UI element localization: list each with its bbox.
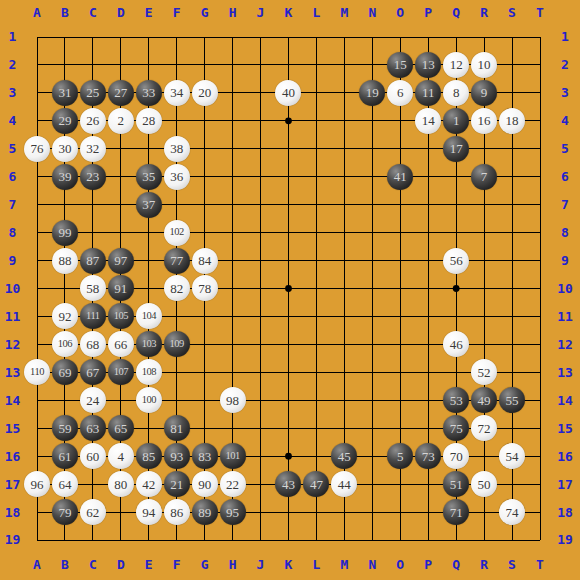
go-stone-white: 6 (387, 80, 413, 106)
go-stone-white: 2 (108, 108, 134, 134)
move-number-label: 52 (478, 366, 491, 379)
column-labels-bottom: ABCDEFGHJKLMNOPQRST (23, 552, 554, 576)
go-stone-black: 63 (80, 415, 106, 441)
go-stone-black: 71 (443, 499, 469, 525)
move-number-label: 14 (422, 114, 435, 127)
go-stone-white: 42 (136, 471, 162, 497)
move-number-label: 74 (506, 506, 519, 519)
go-stone-white: 58 (80, 275, 106, 301)
go-stone-white: 24 (80, 387, 106, 413)
go-stone-black: 31 (52, 80, 78, 106)
coordinate-label: G (191, 552, 219, 576)
move-number-label: 8 (453, 86, 460, 99)
move-number-label: 85 (142, 450, 155, 463)
move-number-label: 81 (170, 422, 183, 435)
move-number-label: 24 (86, 394, 99, 407)
coordinate-label: O (386, 2, 414, 23)
move-number-label: 101 (225, 451, 239, 462)
go-stone-black: 21 (164, 471, 190, 497)
move-number-label: 92 (58, 310, 71, 323)
move-number-label: 103 (142, 339, 156, 350)
coordinate-label: E (135, 552, 163, 576)
go-stone-white: 70 (443, 443, 469, 469)
coordinate-label: 3 (553, 79, 577, 107)
go-stone-white: 8 (443, 80, 469, 106)
go-stone-white: 110 (24, 359, 50, 385)
go-stone-white: 82 (164, 275, 190, 301)
go-stone-black: 61 (52, 443, 78, 469)
move-number-label: 61 (58, 450, 71, 463)
coordinate-label: D (107, 552, 135, 576)
move-number-label: 108 (142, 367, 156, 378)
coordinate-label: 16 (2, 442, 23, 470)
move-number-label: 29 (58, 114, 71, 127)
move-number-label: 54 (506, 450, 519, 463)
move-number-label: 110 (30, 367, 44, 378)
move-number-label: 46 (450, 338, 463, 351)
go-stone-black: 45 (331, 443, 357, 469)
board-play-area[interactable]: 1245678910111213141516171819202122232425… (23, 23, 554, 554)
go-stone-white: 64 (52, 471, 78, 497)
coordinate-label: N (358, 2, 386, 23)
go-stone-black: 69 (52, 359, 78, 385)
coordinate-label: C (79, 552, 107, 576)
coordinate-label: 7 (553, 191, 577, 219)
move-number-label: 95 (226, 506, 239, 519)
move-number-label: 90 (198, 478, 211, 491)
coordinate-label: L (302, 2, 330, 23)
go-stone-white: 78 (192, 275, 218, 301)
move-number-label: 11 (422, 86, 435, 99)
go-stone-black: 41 (387, 164, 413, 190)
go-stone-black: 99 (52, 220, 78, 246)
coordinate-label: 13 (2, 358, 23, 386)
go-stone-white: 90 (192, 471, 218, 497)
go-stone-black: 97 (108, 248, 134, 274)
go-stone-black: 43 (275, 471, 301, 497)
move-number-label: 86 (170, 506, 183, 519)
move-number-label: 31 (58, 86, 71, 99)
move-number-label: 9 (481, 86, 488, 99)
move-number-label: 20 (198, 86, 211, 99)
move-number-label: 2 (118, 114, 125, 127)
go-stone-black: 105 (108, 303, 134, 329)
go-stone-black: 73 (415, 443, 441, 469)
move-number-label: 84 (198, 254, 211, 267)
move-number-label: 98 (226, 394, 239, 407)
go-stone-black: 111 (80, 303, 106, 329)
coordinate-label: Q (442, 2, 470, 23)
move-number-label: 67 (86, 366, 99, 379)
move-number-label: 51 (450, 478, 463, 491)
go-stone-white: 52 (471, 359, 497, 385)
go-stone-white: 38 (164, 136, 190, 162)
move-number-label: 15 (394, 58, 407, 71)
coordinate-label: 16 (553, 442, 577, 470)
move-number-label: 13 (422, 58, 435, 71)
go-stone-black: 13 (415, 52, 441, 78)
move-number-label: 106 (58, 339, 72, 350)
coordinate-label: 15 (553, 414, 577, 442)
move-number-label: 104 (142, 311, 156, 322)
move-number-label: 65 (114, 422, 127, 435)
go-stone-white: 46 (443, 331, 469, 357)
move-number-label: 97 (114, 254, 127, 267)
move-number-label: 79 (58, 506, 71, 519)
coordinate-label: O (386, 552, 414, 576)
go-stone-white: 34 (164, 80, 190, 106)
coordinate-label: 1 (553, 23, 577, 51)
go-stone-white: 96 (24, 471, 50, 497)
move-number-label: 93 (170, 450, 183, 463)
coordinate-label: S (498, 2, 526, 23)
coordinate-label: 14 (553, 386, 577, 414)
coordinate-label: 7 (2, 191, 23, 219)
coordinate-label: K (275, 2, 303, 23)
move-number-label: 89 (198, 506, 211, 519)
go-stone-white: 4 (108, 443, 134, 469)
move-number-label: 12 (450, 58, 463, 71)
coordinate-label: 10 (553, 275, 577, 303)
move-number-label: 75 (450, 422, 463, 435)
go-stone-black: 37 (136, 192, 162, 218)
go-stone-white: 72 (471, 415, 497, 441)
go-stone-white: 36 (164, 164, 190, 190)
go-stone-black: 81 (164, 415, 190, 441)
go-stone-white: 32 (80, 136, 106, 162)
move-number-label: 78 (198, 282, 211, 295)
coordinate-label: J (247, 2, 275, 23)
go-stone-white: 16 (471, 108, 497, 134)
move-number-label: 69 (58, 366, 71, 379)
coordinate-label: P (414, 552, 442, 576)
go-stone-black: 23 (80, 164, 106, 190)
move-number-label: 41 (394, 170, 407, 183)
move-number-label: 47 (310, 478, 323, 491)
move-number-label: 39 (58, 170, 71, 183)
go-stone-black: 39 (52, 164, 78, 190)
go-stone-black: 15 (387, 52, 413, 78)
coordinate-label: E (135, 2, 163, 23)
coordinate-label: 18 (553, 498, 577, 526)
coordinate-label: 6 (553, 163, 577, 191)
move-number-label: 27 (114, 86, 127, 99)
coordinate-label: 17 (553, 470, 577, 498)
move-number-label: 32 (86, 142, 99, 155)
go-stone-black: 49 (471, 387, 497, 413)
coordinate-label: 5 (2, 135, 23, 163)
coordinate-label: 19 (2, 526, 23, 554)
go-stone-white: 60 (80, 443, 106, 469)
go-stone-white: 14 (415, 108, 441, 134)
move-number-label: 25 (86, 86, 99, 99)
go-stone-black: 109 (164, 331, 190, 357)
move-number-label: 59 (58, 422, 71, 435)
coordinate-label: 19 (553, 526, 577, 554)
coordinate-label: 15 (2, 414, 23, 442)
move-number-label: 34 (170, 86, 183, 99)
move-number-label: 36 (170, 170, 183, 183)
go-stone-black: 93 (164, 443, 190, 469)
coordinate-label: F (163, 552, 191, 576)
coordinate-label: 11 (553, 302, 577, 330)
go-stone-white: 18 (499, 108, 525, 134)
move-number-label: 10 (478, 58, 491, 71)
coordinate-label: 11 (2, 302, 23, 330)
move-number-label: 107 (114, 367, 128, 378)
coordinate-label: T (526, 2, 554, 23)
go-stone-white: 66 (108, 331, 134, 357)
go-stone-black: 103 (136, 331, 162, 357)
move-number-label: 40 (282, 86, 295, 99)
move-number-label: 109 (170, 339, 184, 350)
move-number-label: 22 (226, 478, 239, 491)
move-number-label: 4 (118, 450, 125, 463)
go-stone-black: 47 (303, 471, 329, 497)
go-stone-black: 91 (108, 275, 134, 301)
coordinate-label: 9 (553, 247, 577, 275)
move-number-label: 73 (422, 450, 435, 463)
move-number-label: 26 (86, 114, 99, 127)
coordinate-label: J (247, 552, 275, 576)
go-stone-black: 101 (220, 443, 246, 469)
move-number-label: 17 (450, 142, 463, 155)
go-stone-white: 12 (443, 52, 469, 78)
go-stone-black: 87 (80, 248, 106, 274)
go-stone-white: 54 (499, 443, 525, 469)
go-stone-white: 22 (220, 471, 246, 497)
coordinate-label: Q (442, 552, 470, 576)
move-number-label: 19 (366, 86, 379, 99)
go-stone-white: 106 (52, 331, 78, 357)
move-number-label: 7 (481, 170, 488, 183)
coordinate-label: R (470, 552, 498, 576)
go-stone-white: 20 (192, 80, 218, 106)
go-stone-black: 17 (443, 136, 469, 162)
move-number-label: 70 (450, 450, 463, 463)
coordinate-label: 12 (2, 330, 23, 358)
go-stone-black: 77 (164, 248, 190, 274)
go-stone-white: 10 (471, 52, 497, 78)
move-number-label: 37 (142, 198, 155, 211)
move-number-label: 88 (58, 254, 71, 267)
go-stone-black: 9 (471, 80, 497, 106)
coordinate-label: M (330, 552, 358, 576)
column-labels-top: ABCDEFGHJKLMNOPQRST (23, 2, 554, 23)
move-number-label: 53 (450, 394, 463, 407)
coordinate-label: 2 (553, 51, 577, 79)
go-stone-black: 51 (443, 471, 469, 497)
go-stone-black: 11 (415, 80, 441, 106)
move-number-label: 82 (170, 282, 183, 295)
move-number-label: 99 (58, 226, 71, 239)
go-stone-white: 40 (275, 80, 301, 106)
go-stone-white: 92 (52, 303, 78, 329)
coordinate-label: D (107, 2, 135, 23)
move-number-label: 76 (30, 142, 43, 155)
go-stone-black: 59 (52, 415, 78, 441)
go-stone-black: 19 (359, 80, 385, 106)
coordinate-label: B (51, 552, 79, 576)
coordinate-label: H (219, 552, 247, 576)
go-stone-black: 65 (108, 415, 134, 441)
go-stone-white: 26 (80, 108, 106, 134)
coordinate-label: 8 (553, 219, 577, 247)
move-number-label: 60 (86, 450, 99, 463)
coordinate-label: B (51, 2, 79, 23)
move-number-label: 30 (58, 142, 71, 155)
go-stone-black: 53 (443, 387, 469, 413)
move-number-label: 83 (198, 450, 211, 463)
go-stone-white: 100 (136, 387, 162, 413)
coordinate-label: A (23, 552, 51, 576)
go-stone-white: 44 (331, 471, 357, 497)
coordinate-label: T (526, 552, 554, 576)
go-stone-white: 86 (164, 499, 190, 525)
move-number-label: 18 (506, 114, 519, 127)
go-stone-white: 94 (136, 499, 162, 525)
move-number-label: 66 (114, 338, 127, 351)
go-stone-black: 95 (220, 499, 246, 525)
go-stone-black: 29 (52, 108, 78, 134)
go-board-diagram: ABCDEFGHJKLMNOPQRST ABCDEFGHJKLMNOPQRST … (0, 0, 580, 580)
go-stone-white: 98 (220, 387, 246, 413)
go-stone-black: 27 (108, 80, 134, 106)
coordinate-label: L (302, 552, 330, 576)
move-number-label: 80 (114, 478, 127, 491)
move-number-label: 58 (86, 282, 99, 295)
go-stone-black: 35 (136, 164, 162, 190)
move-number-label: 64 (58, 478, 71, 491)
coordinate-label: A (23, 2, 51, 23)
go-stone-black: 25 (80, 80, 106, 106)
coordinate-label: 17 (2, 470, 23, 498)
move-number-label: 23 (86, 170, 99, 183)
move-number-label: 111 (86, 311, 99, 322)
move-number-label: 102 (170, 227, 184, 238)
move-number-label: 5 (397, 450, 404, 463)
move-number-label: 100 (142, 395, 156, 406)
coordinate-label: 14 (2, 386, 23, 414)
go-stone-white: 50 (471, 471, 497, 497)
coordinate-label: P (414, 2, 442, 23)
go-stone-black: 83 (192, 443, 218, 469)
go-stone-white: 30 (52, 136, 78, 162)
coordinate-label: M (330, 2, 358, 23)
coordinate-label: H (219, 2, 247, 23)
go-stone-black: 67 (80, 359, 106, 385)
move-number-label: 28 (142, 114, 155, 127)
row-labels-right: 12345678910111213141516171819 (553, 23, 577, 554)
coordinate-label: N (358, 552, 386, 576)
coordinate-label: 1 (2, 23, 23, 51)
move-number-label: 87 (86, 254, 99, 267)
go-stone-black: 1 (443, 108, 469, 134)
coordinate-label: R (470, 2, 498, 23)
coordinate-label: S (498, 552, 526, 576)
coordinate-label: 2 (2, 51, 23, 79)
move-number-label: 43 (282, 478, 295, 491)
go-stone-white: 88 (52, 248, 78, 274)
go-stone-black: 5 (387, 443, 413, 469)
move-number-label: 62 (86, 506, 99, 519)
move-number-label: 56 (450, 254, 463, 267)
move-number-label: 71 (450, 506, 463, 519)
move-number-label: 33 (142, 86, 155, 99)
coordinate-label: 18 (2, 498, 23, 526)
go-stone-white: 62 (80, 499, 106, 525)
go-stone-black: 7 (471, 164, 497, 190)
move-number-label: 50 (478, 478, 491, 491)
row-labels-left: 12345678910111213141516171819 (2, 23, 23, 554)
go-stone-white: 102 (164, 220, 190, 246)
go-stone-white: 104 (136, 303, 162, 329)
coordinate-label: C (79, 2, 107, 23)
coordinate-label: K (275, 552, 303, 576)
go-stone-white: 74 (499, 499, 525, 525)
go-stone-white: 28 (136, 108, 162, 134)
go-stone-black: 89 (192, 499, 218, 525)
move-number-label: 55 (506, 394, 519, 407)
move-number-label: 6 (397, 86, 404, 99)
go-stone-white: 76 (24, 136, 50, 162)
move-number-label: 91 (114, 282, 127, 295)
move-number-label: 21 (170, 478, 183, 491)
go-stone-white: 84 (192, 248, 218, 274)
coordinate-label: 6 (2, 163, 23, 191)
move-number-label: 35 (142, 170, 155, 183)
coordinate-label: 8 (2, 219, 23, 247)
coordinate-label: 3 (2, 79, 23, 107)
move-number-label: 16 (478, 114, 491, 127)
coordinate-label: 12 (553, 330, 577, 358)
move-number-label: 45 (338, 450, 351, 463)
coordinate-label: 9 (2, 247, 23, 275)
move-number-label: 72 (478, 422, 491, 435)
move-number-label: 63 (86, 422, 99, 435)
go-stone-white: 56 (443, 248, 469, 274)
go-stone-white: 68 (80, 331, 106, 357)
move-number-label: 38 (170, 142, 183, 155)
go-stone-black: 55 (499, 387, 525, 413)
coordinate-label: 4 (2, 107, 23, 135)
move-number-label: 96 (30, 478, 43, 491)
coordinate-label: 10 (2, 275, 23, 303)
move-number-label: 1 (453, 114, 460, 127)
go-stone-white: 108 (136, 359, 162, 385)
go-stone-black: 107 (108, 359, 134, 385)
move-number-label: 68 (86, 338, 99, 351)
go-stone-white: 80 (108, 471, 134, 497)
coordinate-label: G (191, 2, 219, 23)
go-stone-black: 75 (443, 415, 469, 441)
coordinate-label: 13 (553, 358, 577, 386)
go-stone-black: 33 (136, 80, 162, 106)
move-number-label: 77 (170, 254, 183, 267)
coordinate-label: 4 (553, 107, 577, 135)
move-number-label: 44 (338, 478, 351, 491)
coordinate-label: 5 (553, 135, 577, 163)
move-number-label: 42 (142, 478, 155, 491)
move-number-label: 49 (478, 394, 491, 407)
go-stone-black: 85 (136, 443, 162, 469)
go-stone-black: 79 (52, 499, 78, 525)
move-number-label: 94 (142, 506, 155, 519)
coordinate-label: F (163, 2, 191, 23)
move-number-label: 105 (114, 311, 128, 322)
